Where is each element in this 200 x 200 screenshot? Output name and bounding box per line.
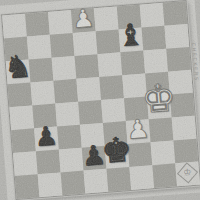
- square-c8: [48, 10, 73, 35]
- square-f4: [124, 96, 149, 121]
- square-f1: [129, 165, 154, 190]
- square-e6: [97, 52, 122, 77]
- square-b1: [38, 172, 63, 197]
- square-a5: [8, 82, 33, 107]
- square-b6: [29, 58, 54, 83]
- square-c7: [50, 33, 75, 58]
- square-f7: [119, 28, 144, 53]
- square-c2: [59, 148, 84, 173]
- square-h8: [163, 1, 188, 26]
- square-e4: [101, 98, 126, 123]
- square-g8: [140, 3, 165, 28]
- square-a6: [6, 60, 31, 85]
- square-d3: [80, 123, 105, 148]
- square-e2: [105, 144, 130, 169]
- square-d5: [76, 77, 101, 102]
- square-e5: [99, 75, 124, 100]
- square-c6: [52, 56, 77, 81]
- square-g3: [149, 118, 174, 143]
- square-b7: [27, 35, 52, 60]
- square-a2: [13, 151, 38, 176]
- square-b5: [30, 81, 55, 106]
- square-c3: [57, 125, 82, 150]
- square-e8: [94, 6, 119, 31]
- square-h5: [168, 70, 193, 95]
- chessboard-photo: ♟♝♞♚♟♟♟♚ CHECKERS ♔: [0, 0, 200, 200]
- square-b8: [25, 12, 50, 37]
- square-c5: [53, 79, 78, 104]
- square-a8: [2, 14, 27, 39]
- square-c1: [61, 171, 86, 196]
- square-a7: [4, 37, 29, 62]
- square-f8: [117, 5, 142, 30]
- square-h4: [170, 93, 195, 118]
- square-d2: [82, 146, 107, 171]
- square-h2: [173, 139, 198, 164]
- square-h3: [172, 116, 197, 141]
- square-b3: [34, 127, 59, 152]
- square-a3: [11, 128, 36, 153]
- board-squares: ♟♝♞♚♟♟♟♚: [1, 0, 200, 200]
- square-g1: [152, 163, 177, 188]
- square-a4: [9, 105, 34, 130]
- square-g7: [142, 26, 167, 51]
- square-c4: [55, 102, 80, 127]
- square-h6: [166, 47, 191, 72]
- square-g4: [147, 95, 172, 120]
- square-g5: [145, 72, 170, 97]
- square-g6: [143, 49, 168, 74]
- square-g2: [151, 140, 176, 165]
- square-h7: [164, 24, 189, 49]
- square-d7: [73, 31, 98, 56]
- square-b4: [32, 104, 57, 129]
- square-a1: [15, 174, 40, 199]
- chess-board: ♟♝♞♚♟♟♟♚ CHECKERS ♔: [0, 0, 200, 200]
- square-f5: [122, 73, 147, 98]
- square-e1: [106, 167, 131, 192]
- square-f6: [120, 51, 145, 76]
- square-f3: [126, 119, 151, 144]
- square-e7: [96, 29, 121, 54]
- square-f2: [128, 142, 153, 167]
- square-d1: [84, 169, 109, 194]
- square-b2: [36, 149, 61, 174]
- crown-icon: ♔: [183, 168, 192, 178]
- square-d6: [75, 54, 100, 79]
- square-d8: [71, 8, 96, 33]
- square-d4: [78, 100, 103, 125]
- square-e3: [103, 121, 128, 146]
